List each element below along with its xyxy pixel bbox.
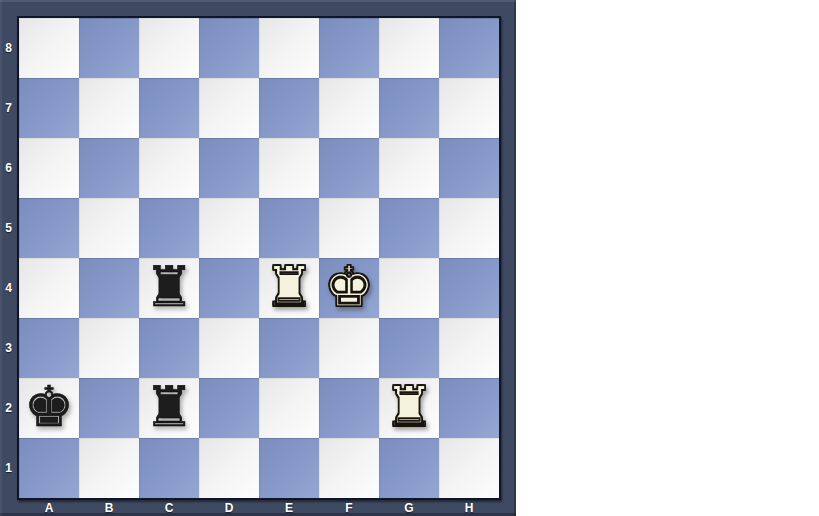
square-d4[interactable] — [199, 258, 259, 318]
chess-board-panel: 87654321 ♜♜♚♚♜♜ ABCDEFGH — [0, 0, 516, 516]
black-rook[interactable]: ♜ — [139, 258, 199, 318]
square-f8[interactable] — [319, 18, 379, 78]
square-e6[interactable] — [259, 138, 319, 198]
square-h4[interactable] — [439, 258, 499, 318]
square-b6[interactable] — [79, 138, 139, 198]
square-f7[interactable] — [319, 78, 379, 138]
square-f1[interactable] — [319, 438, 379, 498]
rank-labels: 87654321 — [0, 18, 17, 498]
square-h1[interactable] — [439, 438, 499, 498]
square-g6[interactable] — [379, 138, 439, 198]
square-e2[interactable] — [259, 378, 319, 438]
rank-label-7: 7 — [0, 78, 17, 138]
square-g4[interactable] — [379, 258, 439, 318]
rank-label-4: 4 — [0, 258, 17, 318]
page-background: 87654321 ♜♜♚♚♜♜ ABCDEFGH — [0, 0, 819, 516]
square-a2[interactable]: ♚ — [19, 378, 79, 438]
file-label-d: D — [199, 501, 259, 514]
file-label-g: G — [379, 501, 439, 514]
square-d7[interactable] — [199, 78, 259, 138]
square-b8[interactable] — [79, 18, 139, 78]
square-d5[interactable] — [199, 198, 259, 258]
square-h3[interactable] — [439, 318, 499, 378]
square-d6[interactable] — [199, 138, 259, 198]
square-h7[interactable] — [439, 78, 499, 138]
square-b4[interactable] — [79, 258, 139, 318]
chess-board[interactable]: ♜♜♚♚♜♜ — [17, 16, 501, 500]
square-h2[interactable] — [439, 378, 499, 438]
file-label-a: A — [19, 501, 79, 514]
square-d8[interactable] — [199, 18, 259, 78]
square-h6[interactable] — [439, 138, 499, 198]
square-h8[interactable] — [439, 18, 499, 78]
file-label-b: B — [79, 501, 139, 514]
file-label-c: C — [139, 501, 199, 514]
square-a6[interactable] — [19, 138, 79, 198]
square-f5[interactable] — [319, 198, 379, 258]
square-e1[interactable] — [259, 438, 319, 498]
square-g2[interactable]: ♜ — [379, 378, 439, 438]
square-b5[interactable] — [79, 198, 139, 258]
white-rook[interactable]: ♜ — [379, 378, 439, 438]
square-a7[interactable] — [19, 78, 79, 138]
rank-label-3: 3 — [0, 318, 17, 378]
rank-label-8: 8 — [0, 18, 17, 78]
square-g1[interactable] — [379, 438, 439, 498]
square-g3[interactable] — [379, 318, 439, 378]
rank-label-6: 6 — [0, 138, 17, 198]
square-e3[interactable] — [259, 318, 319, 378]
square-f4[interactable]: ♚ — [319, 258, 379, 318]
square-b3[interactable] — [79, 318, 139, 378]
square-e8[interactable] — [259, 18, 319, 78]
square-c6[interactable] — [139, 138, 199, 198]
file-label-f: F — [319, 501, 379, 514]
square-f2[interactable] — [319, 378, 379, 438]
square-e5[interactable] — [259, 198, 319, 258]
square-c3[interactable] — [139, 318, 199, 378]
rank-label-1: 1 — [0, 438, 17, 498]
square-d1[interactable] — [199, 438, 259, 498]
square-d2[interactable] — [199, 378, 259, 438]
file-labels: ABCDEFGH — [19, 501, 499, 514]
square-a4[interactable] — [19, 258, 79, 318]
file-label-h: H — [439, 501, 499, 514]
square-g7[interactable] — [379, 78, 439, 138]
rank-label-2: 2 — [0, 378, 17, 438]
black-rook[interactable]: ♜ — [139, 378, 199, 438]
square-f6[interactable] — [319, 138, 379, 198]
square-e7[interactable] — [259, 78, 319, 138]
square-e4[interactable]: ♜ — [259, 258, 319, 318]
black-king[interactable]: ♚ — [19, 378, 79, 438]
square-c7[interactable] — [139, 78, 199, 138]
square-g5[interactable] — [379, 198, 439, 258]
square-b2[interactable] — [79, 378, 139, 438]
white-king[interactable]: ♚ — [319, 258, 379, 318]
file-label-e: E — [259, 501, 319, 514]
white-rook[interactable]: ♜ — [259, 258, 319, 318]
square-a3[interactable] — [19, 318, 79, 378]
square-a1[interactable] — [19, 438, 79, 498]
square-c2[interactable]: ♜ — [139, 378, 199, 438]
square-c1[interactable] — [139, 438, 199, 498]
square-a5[interactable] — [19, 198, 79, 258]
square-c4[interactable]: ♜ — [139, 258, 199, 318]
square-b7[interactable] — [79, 78, 139, 138]
square-b1[interactable] — [79, 438, 139, 498]
square-d3[interactable] — [199, 318, 259, 378]
square-a8[interactable] — [19, 18, 79, 78]
square-c8[interactable] — [139, 18, 199, 78]
square-f3[interactable] — [319, 318, 379, 378]
square-c5[interactable] — [139, 198, 199, 258]
rank-label-5: 5 — [0, 198, 17, 258]
square-h5[interactable] — [439, 198, 499, 258]
square-g8[interactable] — [379, 18, 439, 78]
